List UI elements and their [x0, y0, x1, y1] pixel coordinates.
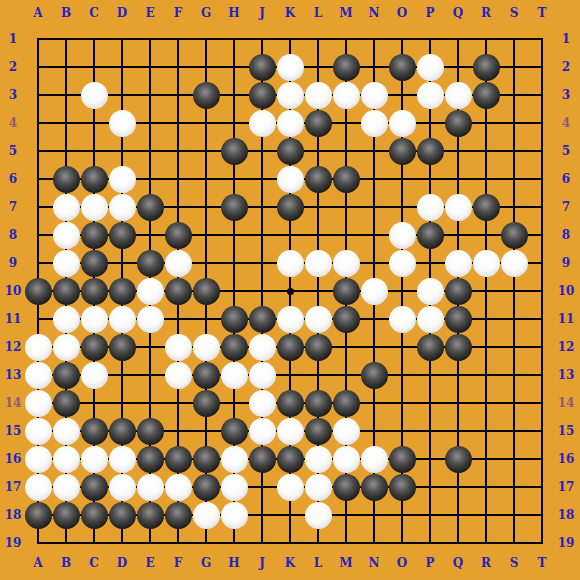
point-L11[interactable]: [304, 305, 332, 333]
point-B16[interactable]: [52, 445, 80, 473]
point-A6[interactable]: [24, 165, 52, 193]
point-B13[interactable]: [52, 361, 80, 389]
point-L2[interactable]: [304, 53, 332, 81]
point-F6[interactable]: [164, 165, 192, 193]
point-G3[interactable]: [192, 81, 220, 109]
point-S7[interactable]: [500, 193, 528, 221]
point-R7[interactable]: [472, 193, 500, 221]
point-M11[interactable]: [332, 305, 360, 333]
point-A2[interactable]: [24, 53, 52, 81]
point-C10[interactable]: [80, 277, 108, 305]
point-G7[interactable]: [192, 193, 220, 221]
point-K8[interactable]: [276, 221, 304, 249]
point-A3[interactable]: [24, 81, 52, 109]
point-G4[interactable]: [192, 109, 220, 137]
point-H12[interactable]: [220, 333, 248, 361]
point-H14[interactable]: [220, 389, 248, 417]
point-N11[interactable]: [360, 305, 388, 333]
point-C8[interactable]: [80, 221, 108, 249]
point-E19[interactable]: [136, 529, 164, 557]
point-S3[interactable]: [500, 81, 528, 109]
point-Q13[interactable]: [444, 361, 472, 389]
point-H19[interactable]: [220, 529, 248, 557]
point-H5[interactable]: [220, 137, 248, 165]
point-K17[interactable]: [276, 473, 304, 501]
point-O19[interactable]: [388, 529, 416, 557]
point-O3[interactable]: [388, 81, 416, 109]
point-N7[interactable]: [360, 193, 388, 221]
point-K13[interactable]: [276, 361, 304, 389]
point-H1[interactable]: [220, 25, 248, 53]
point-J8[interactable]: [248, 221, 276, 249]
point-C7[interactable]: [80, 193, 108, 221]
point-K1[interactable]: [276, 25, 304, 53]
point-N3[interactable]: [360, 81, 388, 109]
point-A18[interactable]: [24, 501, 52, 529]
point-K19[interactable]: [276, 529, 304, 557]
point-A5[interactable]: [24, 137, 52, 165]
point-G19[interactable]: [192, 529, 220, 557]
point-E9[interactable]: [136, 249, 164, 277]
point-E12[interactable]: [136, 333, 164, 361]
point-K10[interactable]: [276, 277, 304, 305]
point-J3[interactable]: [248, 81, 276, 109]
point-G6[interactable]: [192, 165, 220, 193]
point-L1[interactable]: [304, 25, 332, 53]
point-F16[interactable]: [164, 445, 192, 473]
point-G12[interactable]: [192, 333, 220, 361]
point-K9[interactable]: [276, 249, 304, 277]
point-C2[interactable]: [80, 53, 108, 81]
point-E7[interactable]: [136, 193, 164, 221]
point-R8[interactable]: [472, 221, 500, 249]
point-C11[interactable]: [80, 305, 108, 333]
point-Q4[interactable]: [444, 109, 472, 137]
point-F4[interactable]: [164, 109, 192, 137]
point-N14[interactable]: [360, 389, 388, 417]
point-A17[interactable]: [24, 473, 52, 501]
point-H18[interactable]: [220, 501, 248, 529]
point-B18[interactable]: [52, 501, 80, 529]
point-F12[interactable]: [164, 333, 192, 361]
point-N15[interactable]: [360, 417, 388, 445]
point-R12[interactable]: [472, 333, 500, 361]
point-O8[interactable]: [388, 221, 416, 249]
point-G16[interactable]: [192, 445, 220, 473]
point-K4[interactable]: [276, 109, 304, 137]
point-Q1[interactable]: [444, 25, 472, 53]
point-L12[interactable]: [304, 333, 332, 361]
point-F10[interactable]: [164, 277, 192, 305]
point-A14[interactable]: [24, 389, 52, 417]
point-A16[interactable]: [24, 445, 52, 473]
point-P6[interactable]: [416, 165, 444, 193]
point-O6[interactable]: [388, 165, 416, 193]
point-J5[interactable]: [248, 137, 276, 165]
point-B7[interactable]: [52, 193, 80, 221]
point-O2[interactable]: [388, 53, 416, 81]
point-P17[interactable]: [416, 473, 444, 501]
point-Q2[interactable]: [444, 53, 472, 81]
point-C4[interactable]: [80, 109, 108, 137]
point-R14[interactable]: [472, 389, 500, 417]
point-D10[interactable]: [108, 277, 136, 305]
point-H13[interactable]: [220, 361, 248, 389]
point-D11[interactable]: [108, 305, 136, 333]
point-S16[interactable]: [500, 445, 528, 473]
point-B6[interactable]: [52, 165, 80, 193]
point-S13[interactable]: [500, 361, 528, 389]
point-O14[interactable]: [388, 389, 416, 417]
point-Q7[interactable]: [444, 193, 472, 221]
point-J15[interactable]: [248, 417, 276, 445]
point-Q17[interactable]: [444, 473, 472, 501]
point-L15[interactable]: [304, 417, 332, 445]
point-Q14[interactable]: [444, 389, 472, 417]
point-N8[interactable]: [360, 221, 388, 249]
point-Q10[interactable]: [444, 277, 472, 305]
point-C17[interactable]: [80, 473, 108, 501]
point-N18[interactable]: [360, 501, 388, 529]
point-D7[interactable]: [108, 193, 136, 221]
point-B5[interactable]: [52, 137, 80, 165]
point-B2[interactable]: [52, 53, 80, 81]
point-M3[interactable]: [332, 81, 360, 109]
point-L5[interactable]: [304, 137, 332, 165]
point-K2[interactable]: [276, 53, 304, 81]
point-J17[interactable]: [248, 473, 276, 501]
point-H9[interactable]: [220, 249, 248, 277]
point-G11[interactable]: [192, 305, 220, 333]
point-Q11[interactable]: [444, 305, 472, 333]
point-Q18[interactable]: [444, 501, 472, 529]
point-P10[interactable]: [416, 277, 444, 305]
point-C13[interactable]: [80, 361, 108, 389]
point-L3[interactable]: [304, 81, 332, 109]
point-F15[interactable]: [164, 417, 192, 445]
point-L10[interactable]: [304, 277, 332, 305]
point-E6[interactable]: [136, 165, 164, 193]
point-R10[interactable]: [472, 277, 500, 305]
point-R3[interactable]: [472, 81, 500, 109]
point-K12[interactable]: [276, 333, 304, 361]
point-R11[interactable]: [472, 305, 500, 333]
point-E5[interactable]: [136, 137, 164, 165]
point-B1[interactable]: [52, 25, 80, 53]
point-E3[interactable]: [136, 81, 164, 109]
point-S8[interactable]: [500, 221, 528, 249]
point-R2[interactable]: [472, 53, 500, 81]
point-G13[interactable]: [192, 361, 220, 389]
point-D1[interactable]: [108, 25, 136, 53]
point-M7[interactable]: [332, 193, 360, 221]
point-L7[interactable]: [304, 193, 332, 221]
point-S9[interactable]: [500, 249, 528, 277]
point-M15[interactable]: [332, 417, 360, 445]
point-S18[interactable]: [500, 501, 528, 529]
point-Q15[interactable]: [444, 417, 472, 445]
point-B15[interactable]: [52, 417, 80, 445]
point-G18[interactable]: [192, 501, 220, 529]
point-O10[interactable]: [388, 277, 416, 305]
point-L14[interactable]: [304, 389, 332, 417]
point-H4[interactable]: [220, 109, 248, 137]
point-Q6[interactable]: [444, 165, 472, 193]
point-J12[interactable]: [248, 333, 276, 361]
point-D5[interactable]: [108, 137, 136, 165]
point-J7[interactable]: [248, 193, 276, 221]
point-J10[interactable]: [248, 277, 276, 305]
point-D12[interactable]: [108, 333, 136, 361]
point-P12[interactable]: [416, 333, 444, 361]
point-G14[interactable]: [192, 389, 220, 417]
point-D8[interactable]: [108, 221, 136, 249]
point-P8[interactable]: [416, 221, 444, 249]
point-B12[interactable]: [52, 333, 80, 361]
point-J19[interactable]: [248, 529, 276, 557]
point-H3[interactable]: [220, 81, 248, 109]
point-K11[interactable]: [276, 305, 304, 333]
point-H7[interactable]: [220, 193, 248, 221]
point-O18[interactable]: [388, 501, 416, 529]
point-R6[interactable]: [472, 165, 500, 193]
point-K14[interactable]: [276, 389, 304, 417]
point-M17[interactable]: [332, 473, 360, 501]
point-Q12[interactable]: [444, 333, 472, 361]
point-E1[interactable]: [136, 25, 164, 53]
point-H16[interactable]: [220, 445, 248, 473]
point-O11[interactable]: [388, 305, 416, 333]
point-K16[interactable]: [276, 445, 304, 473]
point-E2[interactable]: [136, 53, 164, 81]
point-R1[interactable]: [472, 25, 500, 53]
point-E16[interactable]: [136, 445, 164, 473]
point-S12[interactable]: [500, 333, 528, 361]
point-J14[interactable]: [248, 389, 276, 417]
point-O15[interactable]: [388, 417, 416, 445]
point-S11[interactable]: [500, 305, 528, 333]
point-P16[interactable]: [416, 445, 444, 473]
point-N16[interactable]: [360, 445, 388, 473]
point-E17[interactable]: [136, 473, 164, 501]
point-N10[interactable]: [360, 277, 388, 305]
point-Q8[interactable]: [444, 221, 472, 249]
point-G15[interactable]: [192, 417, 220, 445]
point-B17[interactable]: [52, 473, 80, 501]
point-R16[interactable]: [472, 445, 500, 473]
point-K7[interactable]: [276, 193, 304, 221]
point-C16[interactable]: [80, 445, 108, 473]
point-M6[interactable]: [332, 165, 360, 193]
point-M18[interactable]: [332, 501, 360, 529]
point-E10[interactable]: [136, 277, 164, 305]
point-H2[interactable]: [220, 53, 248, 81]
point-E4[interactable]: [136, 109, 164, 137]
point-S6[interactable]: [500, 165, 528, 193]
point-N12[interactable]: [360, 333, 388, 361]
point-L9[interactable]: [304, 249, 332, 277]
point-L18[interactable]: [304, 501, 332, 529]
point-O4[interactable]: [388, 109, 416, 137]
point-O1[interactable]: [388, 25, 416, 53]
point-C14[interactable]: [80, 389, 108, 417]
point-H8[interactable]: [220, 221, 248, 249]
point-K15[interactable]: [276, 417, 304, 445]
point-P19[interactable]: [416, 529, 444, 557]
point-E15[interactable]: [136, 417, 164, 445]
point-N6[interactable]: [360, 165, 388, 193]
point-A15[interactable]: [24, 417, 52, 445]
point-A8[interactable]: [24, 221, 52, 249]
point-R15[interactable]: [472, 417, 500, 445]
point-A10[interactable]: [24, 277, 52, 305]
point-M2[interactable]: [332, 53, 360, 81]
point-G5[interactable]: [192, 137, 220, 165]
point-P11[interactable]: [416, 305, 444, 333]
point-P13[interactable]: [416, 361, 444, 389]
point-S15[interactable]: [500, 417, 528, 445]
point-N17[interactable]: [360, 473, 388, 501]
point-R4[interactable]: [472, 109, 500, 137]
point-M1[interactable]: [332, 25, 360, 53]
point-D3[interactable]: [108, 81, 136, 109]
point-M5[interactable]: [332, 137, 360, 165]
point-M16[interactable]: [332, 445, 360, 473]
point-M10[interactable]: [332, 277, 360, 305]
point-C6[interactable]: [80, 165, 108, 193]
point-B9[interactable]: [52, 249, 80, 277]
point-J1[interactable]: [248, 25, 276, 53]
point-R19[interactable]: [472, 529, 500, 557]
point-C18[interactable]: [80, 501, 108, 529]
point-F9[interactable]: [164, 249, 192, 277]
point-K18[interactable]: [276, 501, 304, 529]
point-E11[interactable]: [136, 305, 164, 333]
point-Q5[interactable]: [444, 137, 472, 165]
point-O5[interactable]: [388, 137, 416, 165]
point-G9[interactable]: [192, 249, 220, 277]
point-R13[interactable]: [472, 361, 500, 389]
point-Q9[interactable]: [444, 249, 472, 277]
point-N4[interactable]: [360, 109, 388, 137]
point-M13[interactable]: [332, 361, 360, 389]
point-B4[interactable]: [52, 109, 80, 137]
point-S4[interactable]: [500, 109, 528, 137]
point-J16[interactable]: [248, 445, 276, 473]
point-G10[interactable]: [192, 277, 220, 305]
point-S17[interactable]: [500, 473, 528, 501]
point-A12[interactable]: [24, 333, 52, 361]
point-P4[interactable]: [416, 109, 444, 137]
point-D19[interactable]: [108, 529, 136, 557]
point-F5[interactable]: [164, 137, 192, 165]
point-P1[interactable]: [416, 25, 444, 53]
point-S10[interactable]: [500, 277, 528, 305]
point-E13[interactable]: [136, 361, 164, 389]
point-F13[interactable]: [164, 361, 192, 389]
point-L17[interactable]: [304, 473, 332, 501]
point-F8[interactable]: [164, 221, 192, 249]
point-P2[interactable]: [416, 53, 444, 81]
point-J4[interactable]: [248, 109, 276, 137]
point-D14[interactable]: [108, 389, 136, 417]
point-D15[interactable]: [108, 417, 136, 445]
point-F14[interactable]: [164, 389, 192, 417]
point-A11[interactable]: [24, 305, 52, 333]
point-B10[interactable]: [52, 277, 80, 305]
point-O16[interactable]: [388, 445, 416, 473]
point-P14[interactable]: [416, 389, 444, 417]
point-M14[interactable]: [332, 389, 360, 417]
point-A4[interactable]: [24, 109, 52, 137]
point-F18[interactable]: [164, 501, 192, 529]
point-S2[interactable]: [500, 53, 528, 81]
point-D2[interactable]: [108, 53, 136, 81]
point-F2[interactable]: [164, 53, 192, 81]
point-D17[interactable]: [108, 473, 136, 501]
point-B19[interactable]: [52, 529, 80, 557]
point-O7[interactable]: [388, 193, 416, 221]
point-L13[interactable]: [304, 361, 332, 389]
point-D4[interactable]: [108, 109, 136, 137]
point-P5[interactable]: [416, 137, 444, 165]
point-S14[interactable]: [500, 389, 528, 417]
point-O13[interactable]: [388, 361, 416, 389]
point-F1[interactable]: [164, 25, 192, 53]
point-B14[interactable]: [52, 389, 80, 417]
point-R17[interactable]: [472, 473, 500, 501]
point-E8[interactable]: [136, 221, 164, 249]
point-N13[interactable]: [360, 361, 388, 389]
point-Q16[interactable]: [444, 445, 472, 473]
point-M19[interactable]: [332, 529, 360, 557]
point-S5[interactable]: [500, 137, 528, 165]
point-N2[interactable]: [360, 53, 388, 81]
point-G17[interactable]: [192, 473, 220, 501]
point-B11[interactable]: [52, 305, 80, 333]
point-N5[interactable]: [360, 137, 388, 165]
point-K6[interactable]: [276, 165, 304, 193]
point-P9[interactable]: [416, 249, 444, 277]
point-G2[interactable]: [192, 53, 220, 81]
point-O12[interactable]: [388, 333, 416, 361]
point-S19[interactable]: [500, 529, 528, 557]
point-H17[interactable]: [220, 473, 248, 501]
point-R18[interactable]: [472, 501, 500, 529]
point-S1[interactable]: [500, 25, 528, 53]
point-J6[interactable]: [248, 165, 276, 193]
point-A1[interactable]: [24, 25, 52, 53]
point-B8[interactable]: [52, 221, 80, 249]
point-M4[interactable]: [332, 109, 360, 137]
point-J2[interactable]: [248, 53, 276, 81]
point-P7[interactable]: [416, 193, 444, 221]
point-E14[interactable]: [136, 389, 164, 417]
point-G1[interactable]: [192, 25, 220, 53]
point-H11[interactable]: [220, 305, 248, 333]
point-M9[interactable]: [332, 249, 360, 277]
point-A9[interactable]: [24, 249, 52, 277]
point-H15[interactable]: [220, 417, 248, 445]
point-F19[interactable]: [164, 529, 192, 557]
point-P3[interactable]: [416, 81, 444, 109]
point-L4[interactable]: [304, 109, 332, 137]
point-F17[interactable]: [164, 473, 192, 501]
point-C12[interactable]: [80, 333, 108, 361]
point-N19[interactable]: [360, 529, 388, 557]
point-D13[interactable]: [108, 361, 136, 389]
point-C5[interactable]: [80, 137, 108, 165]
